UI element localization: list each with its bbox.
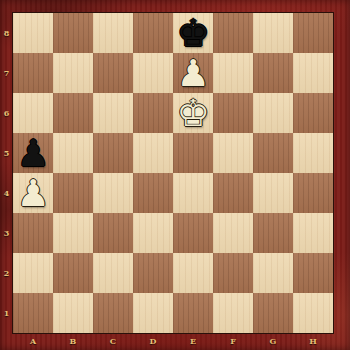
file-label-d: D: [133, 333, 173, 350]
square-c6[interactable]: [93, 93, 133, 133]
square-b6[interactable]: [53, 93, 93, 133]
square-h7[interactable]: [293, 53, 333, 93]
square-e8[interactable]: ♚: [173, 13, 213, 53]
square-c2[interactable]: [93, 253, 133, 293]
square-g6[interactable]: [253, 93, 293, 133]
square-c8[interactable]: [93, 13, 133, 53]
square-e6[interactable]: ♚: [173, 93, 213, 133]
chess-board: ♚♟♚♟♟: [13, 13, 333, 333]
square-e4[interactable]: [173, 173, 213, 213]
board-frame: 87654321 ABCDEFGH ♚♟♚♟♟: [0, 0, 350, 350]
square-g7[interactable]: [253, 53, 293, 93]
piece-white-pawn-a4[interactable]: ♟: [13, 174, 53, 214]
square-a2[interactable]: [13, 253, 53, 293]
file-label-a: A: [13, 333, 53, 350]
file-label-e: E: [173, 333, 213, 350]
square-h5[interactable]: [293, 133, 333, 173]
square-h8[interactable]: [293, 13, 333, 53]
piece-white-king-e6[interactable]: ♚: [173, 94, 213, 134]
square-d2[interactable]: [133, 253, 173, 293]
square-f6[interactable]: [213, 93, 253, 133]
square-h2[interactable]: [293, 253, 333, 293]
square-a6[interactable]: [13, 93, 53, 133]
square-c7[interactable]: [93, 53, 133, 93]
square-d6[interactable]: [133, 93, 173, 133]
square-b5[interactable]: [53, 133, 93, 173]
square-b7[interactable]: [53, 53, 93, 93]
rank-label-7: 7: [0, 53, 13, 93]
rank-labels: 87654321: [0, 13, 13, 333]
square-d3[interactable]: [133, 213, 173, 253]
rank-label-6: 6: [0, 93, 13, 133]
square-d5[interactable]: [133, 133, 173, 173]
square-h4[interactable]: [293, 173, 333, 213]
rank-label-8: 8: [0, 13, 13, 53]
square-a3[interactable]: [13, 213, 53, 253]
square-a5[interactable]: ♟: [13, 133, 53, 173]
square-a8[interactable]: [13, 13, 53, 53]
square-d7[interactable]: [133, 53, 173, 93]
square-c3[interactable]: [93, 213, 133, 253]
square-e5[interactable]: [173, 133, 213, 173]
square-h6[interactable]: [293, 93, 333, 133]
square-g4[interactable]: [253, 173, 293, 213]
square-a4[interactable]: ♟: [13, 173, 53, 213]
square-d8[interactable]: [133, 13, 173, 53]
piece-black-pawn-a5[interactable]: ♟: [13, 134, 53, 174]
file-label-h: H: [293, 333, 333, 350]
rank-label-4: 4: [0, 173, 13, 213]
square-g3[interactable]: [253, 213, 293, 253]
square-h1[interactable]: [293, 293, 333, 333]
square-e7[interactable]: ♟: [173, 53, 213, 93]
square-c1[interactable]: [93, 293, 133, 333]
square-g8[interactable]: [253, 13, 293, 53]
square-f8[interactable]: [213, 13, 253, 53]
file-labels: ABCDEFGH: [13, 333, 333, 350]
square-h3[interactable]: [293, 213, 333, 253]
square-c5[interactable]: [93, 133, 133, 173]
piece-black-king-e8[interactable]: ♚: [173, 14, 213, 54]
square-f7[interactable]: [213, 53, 253, 93]
square-d4[interactable]: [133, 173, 173, 213]
file-label-f: F: [213, 333, 253, 350]
square-f2[interactable]: [213, 253, 253, 293]
square-b3[interactable]: [53, 213, 93, 253]
square-b1[interactable]: [53, 293, 93, 333]
square-g5[interactable]: [253, 133, 293, 173]
square-e1[interactable]: [173, 293, 213, 333]
rank-label-2: 2: [0, 253, 13, 293]
square-b8[interactable]: [53, 13, 93, 53]
square-d1[interactable]: [133, 293, 173, 333]
square-f1[interactable]: [213, 293, 253, 333]
file-label-c: C: [93, 333, 133, 350]
rank-label-3: 3: [0, 213, 13, 253]
piece-white-pawn-e7[interactable]: ♟: [173, 54, 213, 94]
square-c4[interactable]: [93, 173, 133, 213]
file-label-g: G: [253, 333, 293, 350]
rank-label-1: 1: [0, 293, 13, 333]
square-a1[interactable]: [13, 293, 53, 333]
file-label-b: B: [53, 333, 93, 350]
square-e2[interactable]: [173, 253, 213, 293]
square-f5[interactable]: [213, 133, 253, 173]
square-a7[interactable]: [13, 53, 53, 93]
square-g2[interactable]: [253, 253, 293, 293]
square-b2[interactable]: [53, 253, 93, 293]
square-b4[interactable]: [53, 173, 93, 213]
square-g1[interactable]: [253, 293, 293, 333]
square-f3[interactable]: [213, 213, 253, 253]
rank-label-5: 5: [0, 133, 13, 173]
square-f4[interactable]: [213, 173, 253, 213]
square-e3[interactable]: [173, 213, 213, 253]
